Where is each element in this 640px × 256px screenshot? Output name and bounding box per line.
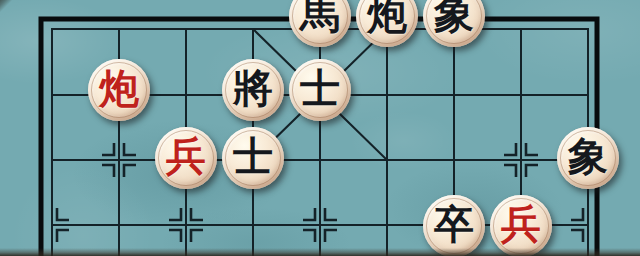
piece-black-soldier[interactable]: 卒: [423, 195, 485, 256]
piece-black-general[interactable]: 將: [222, 59, 284, 121]
piece-black-elephant-1[interactable]: 象: [423, 0, 485, 47]
piece-black-cannon[interactable]: 炮: [356, 0, 418, 47]
piece-glyph: 象: [434, 0, 474, 35]
piece-glyph: 士: [300, 69, 340, 109]
piece-black-advisor-1[interactable]: 士: [289, 59, 351, 121]
piece-glyph: 象: [568, 137, 608, 177]
piece-glyph: 卒: [434, 205, 474, 245]
piece-glyph: 馬: [300, 0, 340, 35]
piece-black-advisor-2[interactable]: 士: [222, 127, 284, 189]
piece-glyph: 兵: [501, 205, 541, 245]
xiangqi-board[interactable]: 馬炮象炮將士兵士象卒兵: [0, 0, 640, 256]
piece-red-soldier-2[interactable]: 兵: [490, 195, 552, 256]
piece-red-soldier-1[interactable]: 兵: [155, 127, 217, 189]
piece-glyph: 士: [233, 137, 273, 177]
piece-glyph: 將: [233, 69, 273, 109]
piece-black-elephant-2[interactable]: 象: [557, 127, 619, 189]
piece-black-horse[interactable]: 馬: [289, 0, 351, 47]
piece-red-cannon[interactable]: 炮: [88, 59, 150, 121]
piece-glyph: 兵: [166, 137, 206, 177]
piece-glyph: 炮: [99, 69, 139, 109]
board-bottom-edge: [0, 248, 640, 256]
pieces-layer: 馬炮象炮將士兵士象卒兵: [0, 0, 640, 256]
piece-glyph: 炮: [367, 0, 407, 35]
